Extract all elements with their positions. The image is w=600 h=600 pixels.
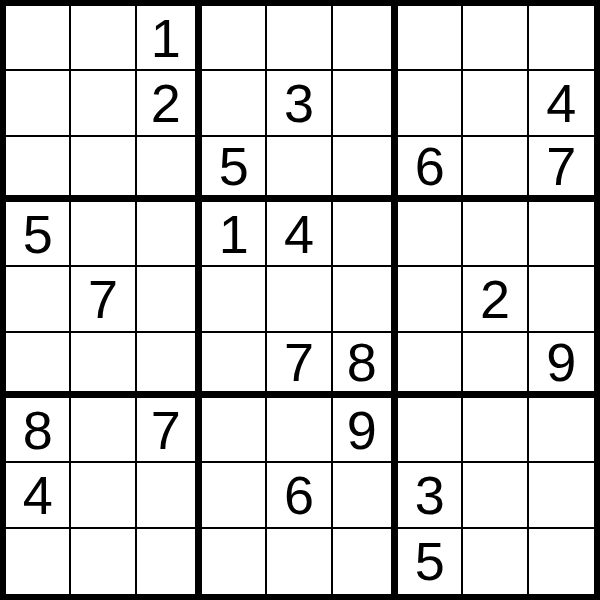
given-digit: 3: [415, 468, 445, 522]
cell-r6c5[interactable]: 7: [267, 333, 332, 398]
cell-r9c2[interactable]: [71, 529, 136, 594]
cell-r5c2[interactable]: 7: [71, 267, 136, 332]
cell-r2c3[interactable]: 2: [137, 71, 202, 136]
cell-r9c7[interactable]: 5: [398, 529, 463, 594]
cell-r3c3[interactable]: [137, 137, 202, 202]
cell-r1c6[interactable]: [333, 6, 398, 71]
cell-r4c8[interactable]: [463, 202, 528, 267]
cell-r3c5[interactable]: [267, 137, 332, 202]
cell-r2c9[interactable]: 4: [529, 71, 594, 136]
cell-r5c1[interactable]: [6, 267, 71, 332]
cell-r7c5[interactable]: [267, 398, 332, 463]
given-digit: 6: [284, 468, 314, 522]
cell-r8c6[interactable]: [333, 463, 398, 528]
cell-r9c3[interactable]: [137, 529, 202, 594]
cell-r2c4[interactable]: [202, 71, 267, 136]
cell-r7c8[interactable]: [463, 398, 528, 463]
cell-r4c7[interactable]: [398, 202, 463, 267]
cell-r9c8[interactable]: [463, 529, 528, 594]
cell-r3c2[interactable]: [71, 137, 136, 202]
cell-r7c2[interactable]: [71, 398, 136, 463]
given-digit: 4: [546, 76, 576, 130]
given-digit: 7: [88, 272, 118, 326]
cell-r4c4[interactable]: 1: [202, 202, 267, 267]
cell-r1c2[interactable]: [71, 6, 136, 71]
cell-r1c8[interactable]: [463, 6, 528, 71]
cell-r9c4[interactable]: [202, 529, 267, 594]
cell-r1c3[interactable]: 1: [137, 6, 202, 71]
cell-r6c6[interactable]: 8: [333, 333, 398, 398]
given-digit: 5: [415, 534, 445, 588]
cell-r5c4[interactable]: [202, 267, 267, 332]
cell-r4c5[interactable]: 4: [267, 202, 332, 267]
given-digit: 2: [151, 76, 181, 130]
cell-r8c1[interactable]: 4: [6, 463, 71, 528]
cell-r2c6[interactable]: [333, 71, 398, 136]
cell-r8c3[interactable]: [137, 463, 202, 528]
cell-r2c7[interactable]: [398, 71, 463, 136]
cell-r8c5[interactable]: 6: [267, 463, 332, 528]
cell-r8c4[interactable]: [202, 463, 267, 528]
cell-r6c2[interactable]: [71, 333, 136, 398]
cell-r9c5[interactable]: [267, 529, 332, 594]
cell-r8c2[interactable]: [71, 463, 136, 528]
cell-r4c3[interactable]: [137, 202, 202, 267]
given-digit: 4: [284, 207, 314, 261]
cell-r3c9[interactable]: 7: [529, 137, 594, 202]
cell-r4c1[interactable]: 5: [6, 202, 71, 267]
given-digit: 8: [23, 403, 53, 457]
cell-r1c7[interactable]: [398, 6, 463, 71]
cell-r3c4[interactable]: 5: [202, 137, 267, 202]
cell-r3c1[interactable]: [6, 137, 71, 202]
given-digit: 3: [284, 76, 314, 130]
cell-r4c9[interactable]: [529, 202, 594, 267]
cell-r6c8[interactable]: [463, 333, 528, 398]
cell-r1c4[interactable]: [202, 6, 267, 71]
given-digit: 1: [151, 11, 181, 65]
cell-r5c5[interactable]: [267, 267, 332, 332]
given-digit: 8: [347, 335, 377, 389]
cell-r9c1[interactable]: [6, 529, 71, 594]
cell-r7c1[interactable]: 8: [6, 398, 71, 463]
cell-r5c8[interactable]: 2: [463, 267, 528, 332]
cell-r1c1[interactable]: [6, 6, 71, 71]
cell-r7c3[interactable]: 7: [137, 398, 202, 463]
cell-r2c5[interactable]: 3: [267, 71, 332, 136]
cell-r5c6[interactable]: [333, 267, 398, 332]
cell-r8c8[interactable]: [463, 463, 528, 528]
cell-r4c6[interactable]: [333, 202, 398, 267]
given-digit: 7: [151, 403, 181, 457]
sudoku-board: 1234567514727898794635: [0, 0, 600, 600]
cell-r7c4[interactable]: [202, 398, 267, 463]
cell-r8c9[interactable]: [529, 463, 594, 528]
given-digit: 5: [219, 139, 249, 193]
cell-r2c8[interactable]: [463, 71, 528, 136]
cell-r7c6[interactable]: 9: [333, 398, 398, 463]
cell-r5c3[interactable]: [137, 267, 202, 332]
cell-r6c9[interactable]: 9: [529, 333, 594, 398]
given-digit: 6: [415, 139, 445, 193]
given-digit: 2: [480, 272, 510, 326]
cell-r1c9[interactable]: [529, 6, 594, 71]
given-digit: 5: [23, 207, 53, 261]
cell-r1c5[interactable]: [267, 6, 332, 71]
cell-r5c7[interactable]: [398, 267, 463, 332]
cell-r3c6[interactable]: [333, 137, 398, 202]
cell-r6c7[interactable]: [398, 333, 463, 398]
cell-r8c7[interactable]: 3: [398, 463, 463, 528]
cell-r6c3[interactable]: [137, 333, 202, 398]
given-digit: 1: [219, 207, 249, 261]
cell-r5c9[interactable]: [529, 267, 594, 332]
cell-r7c7[interactable]: [398, 398, 463, 463]
cell-r3c7[interactable]: 6: [398, 137, 463, 202]
given-digit: 7: [284, 335, 314, 389]
cell-r9c6[interactable]: [333, 529, 398, 594]
given-digit: 7: [546, 139, 576, 193]
cell-r6c4[interactable]: [202, 333, 267, 398]
given-digit: 4: [23, 468, 53, 522]
cell-r4c2[interactable]: [71, 202, 136, 267]
cell-r2c1[interactable]: [6, 71, 71, 136]
cell-r3c8[interactable]: [463, 137, 528, 202]
cell-r7c9[interactable]: [529, 398, 594, 463]
given-digit: 9: [546, 335, 576, 389]
given-digit: 9: [347, 403, 377, 457]
cell-r2c2[interactable]: [71, 71, 136, 136]
cell-r9c9[interactable]: [529, 529, 594, 594]
cell-r6c1[interactable]: [6, 333, 71, 398]
